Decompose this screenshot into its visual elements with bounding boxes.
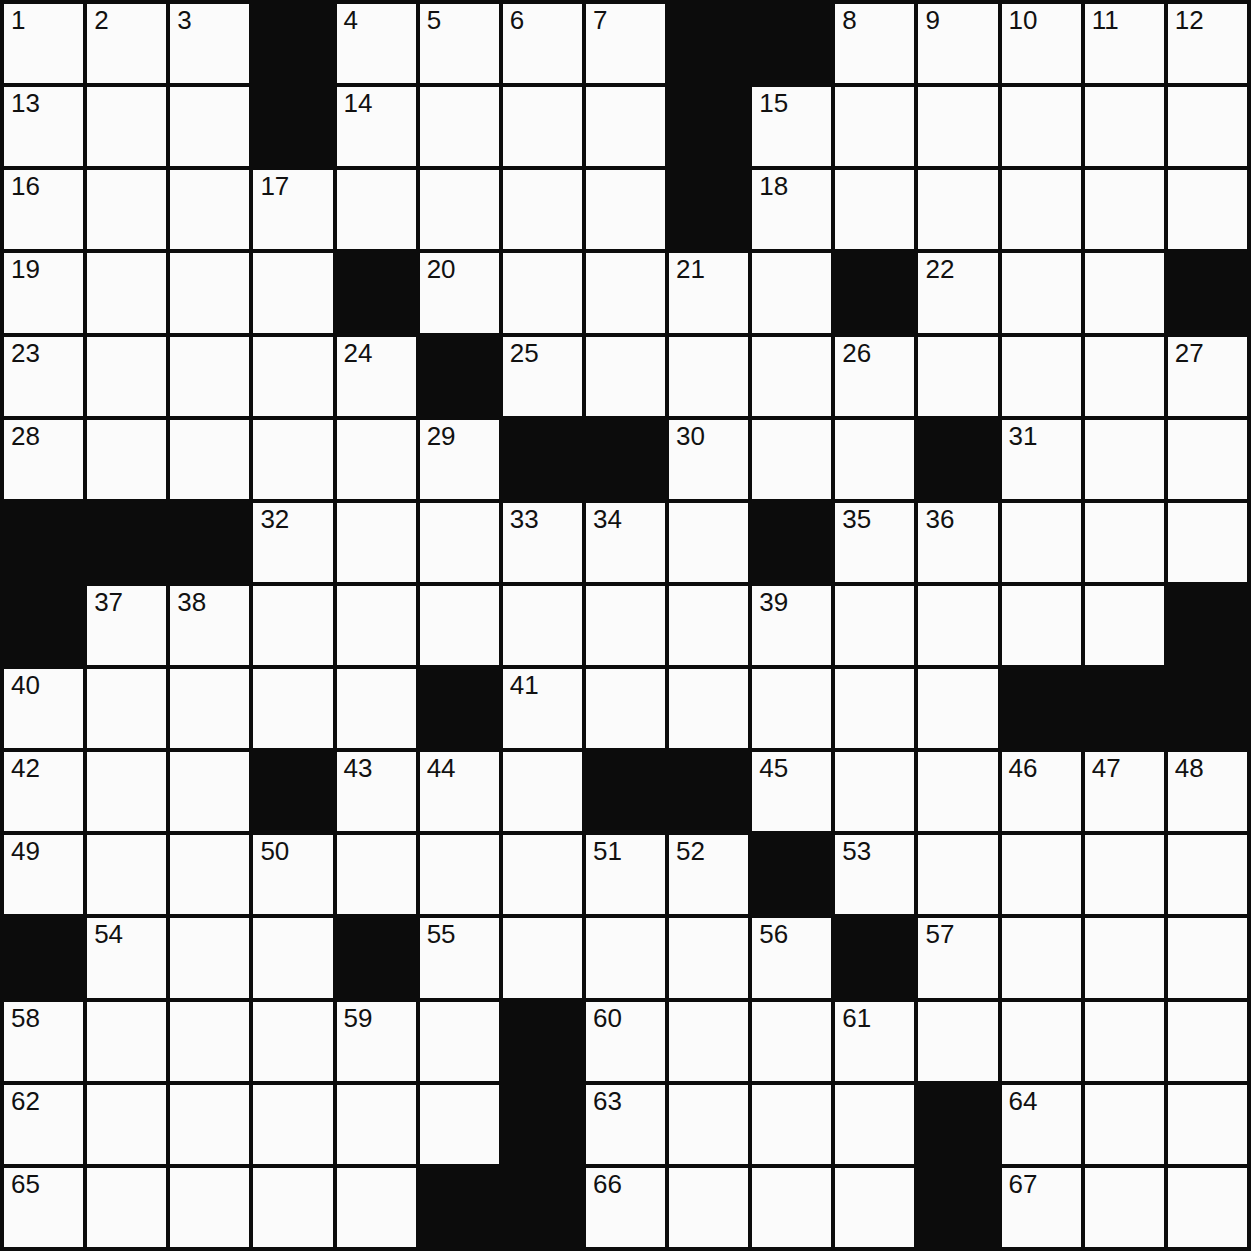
cell-r15c13[interactable]: 67 xyxy=(1002,1168,1081,1247)
cell-r1c12[interactable]: 9 xyxy=(918,4,997,83)
clue-number: 22 xyxy=(925,255,954,284)
cell-r6c11[interactable] xyxy=(835,420,914,499)
clue-number: 46 xyxy=(1009,754,1038,783)
cell-r9c8[interactable] xyxy=(586,669,665,748)
cell-r15c5[interactable] xyxy=(337,1168,416,1247)
cell-r15c9[interactable] xyxy=(669,1168,748,1247)
cell-r11c5[interactable] xyxy=(337,835,416,914)
clue-number: 66 xyxy=(593,1170,622,1199)
cell-r14c5[interactable] xyxy=(337,1085,416,1164)
cell-r5c10[interactable] xyxy=(752,337,831,416)
cell-r15c8[interactable]: 66 xyxy=(586,1168,665,1247)
cell-r1c2[interactable]: 2 xyxy=(87,4,166,83)
cell-r10c11[interactable] xyxy=(835,752,914,831)
clue-number: 53 xyxy=(842,837,871,866)
clue-number: 58 xyxy=(11,1004,40,1033)
cell-r10c3[interactable] xyxy=(170,752,249,831)
cell-r12c7[interactable] xyxy=(503,918,582,997)
cell-r11c9[interactable]: 52 xyxy=(669,835,748,914)
cell-r10c2[interactable] xyxy=(87,752,166,831)
clue-number: 36 xyxy=(925,505,954,534)
cell-r8c12[interactable] xyxy=(918,586,997,665)
cell-r11c8[interactable]: 51 xyxy=(586,835,665,914)
cell-r2c13[interactable] xyxy=(1002,87,1081,166)
cell-r2c8[interactable] xyxy=(586,87,665,166)
clue-number: 6 xyxy=(510,6,524,35)
cell-r15c11[interactable] xyxy=(835,1168,914,1247)
cell-r14c8[interactable]: 63 xyxy=(586,1085,665,1164)
cell-r8c7[interactable] xyxy=(503,586,582,665)
cell-r9c11[interactable] xyxy=(835,669,914,748)
cell-r12c11 xyxy=(835,918,914,997)
cell-r10c5[interactable]: 43 xyxy=(337,752,416,831)
cell-r7c5[interactable] xyxy=(337,503,416,582)
cell-r15c14[interactable] xyxy=(1085,1168,1164,1247)
cell-r1c1[interactable]: 1 xyxy=(4,4,83,83)
cell-r1c13[interactable]: 10 xyxy=(1002,4,1081,83)
cell-r5c9[interactable] xyxy=(669,337,748,416)
clue-number: 26 xyxy=(842,339,871,368)
clue-number: 38 xyxy=(177,588,206,617)
cell-r11c2[interactable] xyxy=(87,835,166,914)
cell-r2c10[interactable]: 15 xyxy=(752,87,831,166)
cell-r14c14[interactable] xyxy=(1085,1085,1164,1164)
cell-r9c10[interactable] xyxy=(752,669,831,748)
clue-number: 30 xyxy=(676,422,705,451)
clue-number: 25 xyxy=(510,339,539,368)
cell-r9c5[interactable] xyxy=(337,669,416,748)
clue-number: 39 xyxy=(759,588,788,617)
cell-r13c4[interactable] xyxy=(253,1002,332,1081)
cell-r14c6[interactable] xyxy=(420,1085,499,1164)
cell-r9c7[interactable]: 41 xyxy=(503,669,582,748)
cell-r5c15[interactable]: 27 xyxy=(1168,337,1247,416)
cell-r10c1[interactable]: 42 xyxy=(4,752,83,831)
cell-r3c8[interactable] xyxy=(586,170,665,249)
crossword-grid: 1234567891011121314151617181920212223242… xyxy=(0,0,1251,1251)
cell-r7c1 xyxy=(4,503,83,582)
cell-r1c7[interactable]: 6 xyxy=(503,4,582,83)
cell-r6c13[interactable]: 31 xyxy=(1002,420,1081,499)
cell-r3c12[interactable] xyxy=(918,170,997,249)
clue-number: 9 xyxy=(925,6,939,35)
clue-number: 13 xyxy=(11,89,40,118)
cell-r13c8[interactable]: 60 xyxy=(586,1002,665,1081)
cell-r14c12 xyxy=(918,1085,997,1164)
cell-r14c11[interactable] xyxy=(835,1085,914,1164)
cell-r5c2[interactable] xyxy=(87,337,166,416)
cell-r15c4[interactable] xyxy=(253,1168,332,1247)
clue-number: 52 xyxy=(676,837,705,866)
cell-r15c15[interactable] xyxy=(1168,1168,1247,1247)
cell-r5c12[interactable] xyxy=(918,337,997,416)
clue-number: 18 xyxy=(759,172,788,201)
clue-number: 8 xyxy=(842,6,856,35)
cell-r1c14[interactable]: 11 xyxy=(1085,4,1164,83)
cell-r11c14[interactable] xyxy=(1085,835,1164,914)
cell-r9c15 xyxy=(1168,669,1247,748)
cell-r5c7[interactable]: 25 xyxy=(503,337,582,416)
cell-r10c6[interactable]: 44 xyxy=(420,752,499,831)
cell-r13c5[interactable]: 59 xyxy=(337,1002,416,1081)
cell-r6c8 xyxy=(586,420,665,499)
cell-r13c15[interactable] xyxy=(1168,1002,1247,1081)
clue-number: 12 xyxy=(1175,6,1204,35)
cell-r8c6[interactable] xyxy=(420,586,499,665)
cell-r4c10[interactable] xyxy=(752,253,831,332)
clue-number: 27 xyxy=(1175,339,1204,368)
cell-r13c2[interactable] xyxy=(87,1002,166,1081)
clue-number: 60 xyxy=(593,1004,622,1033)
cell-r6c5[interactable] xyxy=(337,420,416,499)
cell-r3c3[interactable] xyxy=(170,170,249,249)
cell-r12c8[interactable] xyxy=(586,918,665,997)
cell-r7c2 xyxy=(87,503,166,582)
cell-r9c9[interactable] xyxy=(669,669,748,748)
cell-r14c2[interactable] xyxy=(87,1085,166,1164)
cell-r3c14[interactable] xyxy=(1085,170,1164,249)
clue-number: 61 xyxy=(842,1004,871,1033)
clue-number: 4 xyxy=(344,6,358,35)
clue-number: 21 xyxy=(676,255,705,284)
clue-number: 15 xyxy=(759,89,788,118)
clue-number: 10 xyxy=(1009,6,1038,35)
cell-r4c13[interactable] xyxy=(1002,253,1081,332)
clue-number: 54 xyxy=(94,920,123,949)
cell-r8c13[interactable] xyxy=(1002,586,1081,665)
cell-r14c15[interactable] xyxy=(1168,1085,1247,1164)
cell-r2c5[interactable]: 14 xyxy=(337,87,416,166)
cell-r2c12[interactable] xyxy=(918,87,997,166)
cell-r4c6[interactable]: 20 xyxy=(420,253,499,332)
cell-r8c1 xyxy=(4,586,83,665)
cell-r12c1 xyxy=(4,918,83,997)
cell-r11c10 xyxy=(752,835,831,914)
cell-r9c2[interactable] xyxy=(87,669,166,748)
clue-number: 17 xyxy=(260,172,289,201)
cell-r5c4[interactable] xyxy=(253,337,332,416)
cell-r8c4[interactable] xyxy=(253,586,332,665)
cell-r9c13 xyxy=(1002,669,1081,748)
clue-number: 19 xyxy=(11,255,40,284)
cell-r7c10 xyxy=(752,503,831,582)
cell-r13c10[interactable] xyxy=(752,1002,831,1081)
clue-number: 28 xyxy=(11,422,40,451)
cell-r4c3[interactable] xyxy=(170,253,249,332)
cell-r14c9[interactable] xyxy=(669,1085,748,1164)
cell-r5c5[interactable]: 24 xyxy=(337,337,416,416)
clue-number: 40 xyxy=(11,671,40,700)
cell-r8c2[interactable]: 37 xyxy=(87,586,166,665)
cell-r9c3[interactable] xyxy=(170,669,249,748)
clue-number: 29 xyxy=(427,422,456,451)
cell-r3c6[interactable] xyxy=(420,170,499,249)
clue-number: 41 xyxy=(510,671,539,700)
cell-r13c6[interactable] xyxy=(420,1002,499,1081)
cell-r8c8[interactable] xyxy=(586,586,665,665)
cell-r5c3[interactable] xyxy=(170,337,249,416)
cell-r8c10[interactable]: 39 xyxy=(752,586,831,665)
cell-r7c13[interactable] xyxy=(1002,503,1081,582)
cell-r12c12[interactable]: 57 xyxy=(918,918,997,997)
cell-r9c12[interactable] xyxy=(918,669,997,748)
cell-r4c15 xyxy=(1168,253,1247,332)
clue-number: 23 xyxy=(11,339,40,368)
clue-number: 45 xyxy=(759,754,788,783)
cell-r5c11[interactable]: 26 xyxy=(835,337,914,416)
cell-r6c4[interactable] xyxy=(253,420,332,499)
cell-r4c11 xyxy=(835,253,914,332)
cell-r13c3[interactable] xyxy=(170,1002,249,1081)
cell-r14c10[interactable] xyxy=(752,1085,831,1164)
cell-r11c12[interactable] xyxy=(918,835,997,914)
cell-r10c12[interactable] xyxy=(918,752,997,831)
cell-r8c15 xyxy=(1168,586,1247,665)
cell-r11c13[interactable] xyxy=(1002,835,1081,914)
cell-r7c6[interactable] xyxy=(420,503,499,582)
cell-r4c14[interactable] xyxy=(1085,253,1164,332)
cell-r15c2[interactable] xyxy=(87,1168,166,1247)
cell-r1c10 xyxy=(752,4,831,83)
cell-r13c13[interactable] xyxy=(1002,1002,1081,1081)
clue-number: 56 xyxy=(759,920,788,949)
clue-number: 55 xyxy=(427,920,456,949)
cell-r6c2[interactable] xyxy=(87,420,166,499)
clue-number: 5 xyxy=(427,6,441,35)
cell-r14c1[interactable]: 62 xyxy=(4,1085,83,1164)
clue-number: 48 xyxy=(1175,754,1204,783)
clue-number: 57 xyxy=(925,920,954,949)
clue-number: 43 xyxy=(344,754,373,783)
cell-r1c3[interactable]: 3 xyxy=(170,4,249,83)
cell-r9c6 xyxy=(420,669,499,748)
cell-r12c2[interactable]: 54 xyxy=(87,918,166,997)
cell-r15c6 xyxy=(420,1168,499,1247)
clue-number: 14 xyxy=(344,89,373,118)
cell-r5c14[interactable] xyxy=(1085,337,1164,416)
cell-r8c11[interactable] xyxy=(835,586,914,665)
cell-r4c12[interactable]: 22 xyxy=(918,253,997,332)
cell-r14c3[interactable] xyxy=(170,1085,249,1164)
clue-number: 16 xyxy=(11,172,40,201)
cell-r11c6[interactable] xyxy=(420,835,499,914)
clue-number: 33 xyxy=(510,505,539,534)
cell-r3c11[interactable] xyxy=(835,170,914,249)
cell-r13c11[interactable]: 61 xyxy=(835,1002,914,1081)
cell-r8c14[interactable] xyxy=(1085,586,1164,665)
cell-r13c14[interactable] xyxy=(1085,1002,1164,1081)
cell-r6c3[interactable] xyxy=(170,420,249,499)
cell-r7c4[interactable]: 32 xyxy=(253,503,332,582)
clue-number: 49 xyxy=(11,837,40,866)
cell-r9c14 xyxy=(1085,669,1164,748)
cell-r15c10[interactable] xyxy=(752,1168,831,1247)
cell-r11c3[interactable] xyxy=(170,835,249,914)
cell-r5c6 xyxy=(420,337,499,416)
cell-r5c8[interactable] xyxy=(586,337,665,416)
cell-r2c11[interactable] xyxy=(835,87,914,166)
cell-r6c9[interactable]: 30 xyxy=(669,420,748,499)
cell-r11c15[interactable] xyxy=(1168,835,1247,914)
cell-r12c3[interactable] xyxy=(170,918,249,997)
cell-r12c15[interactable] xyxy=(1168,918,1247,997)
cell-r5c13[interactable] xyxy=(1002,337,1081,416)
cell-r3c10[interactable]: 18 xyxy=(752,170,831,249)
cell-r14c4[interactable] xyxy=(253,1085,332,1164)
cell-r2c4 xyxy=(253,87,332,166)
cell-r2c6[interactable] xyxy=(420,87,499,166)
cell-r2c9 xyxy=(669,87,748,166)
cell-r7c3 xyxy=(170,503,249,582)
cell-r3c13[interactable] xyxy=(1002,170,1081,249)
clue-number: 47 xyxy=(1092,754,1121,783)
clue-number: 24 xyxy=(344,339,373,368)
cell-r15c3[interactable] xyxy=(170,1168,249,1247)
cell-r12c14[interactable] xyxy=(1085,918,1164,997)
clue-number: 7 xyxy=(593,6,607,35)
cell-r13c7 xyxy=(503,1002,582,1081)
clue-number: 62 xyxy=(11,1087,40,1116)
cell-r10c4 xyxy=(253,752,332,831)
cell-r14c13[interactable]: 64 xyxy=(1002,1085,1081,1164)
cell-r11c1[interactable]: 49 xyxy=(4,835,83,914)
cell-r12c6[interactable]: 55 xyxy=(420,918,499,997)
cell-r14c7 xyxy=(503,1085,582,1164)
cell-r1c4 xyxy=(253,4,332,83)
cell-r12c5 xyxy=(337,918,416,997)
cell-r11c4[interactable]: 50 xyxy=(253,835,332,914)
cell-r10c8 xyxy=(586,752,665,831)
cell-r6c14[interactable] xyxy=(1085,420,1164,499)
clue-number: 20 xyxy=(427,255,456,284)
cell-r4c2[interactable] xyxy=(87,253,166,332)
cell-r3c9 xyxy=(669,170,748,249)
clue-number: 63 xyxy=(593,1087,622,1116)
clue-number: 51 xyxy=(593,837,622,866)
cell-r10c7[interactable] xyxy=(503,752,582,831)
cell-r4c4[interactable] xyxy=(253,253,332,332)
clue-number: 31 xyxy=(1009,422,1038,451)
cell-r6c15[interactable] xyxy=(1168,420,1247,499)
cell-r8c3[interactable]: 38 xyxy=(170,586,249,665)
cell-r4c9[interactable]: 21 xyxy=(669,253,748,332)
clue-number: 34 xyxy=(593,505,622,534)
cell-r5c1[interactable]: 23 xyxy=(4,337,83,416)
cell-r12c9[interactable] xyxy=(669,918,748,997)
cell-r1c9 xyxy=(669,4,748,83)
cell-r7c7[interactable]: 33 xyxy=(503,503,582,582)
cell-r12c4[interactable] xyxy=(253,918,332,997)
cell-r8c9[interactable] xyxy=(669,586,748,665)
cell-r11c7[interactable] xyxy=(503,835,582,914)
cell-r9c1[interactable]: 40 xyxy=(4,669,83,748)
cell-r1c8[interactable]: 7 xyxy=(586,4,665,83)
cell-r4c7[interactable] xyxy=(503,253,582,332)
cell-r15c12 xyxy=(918,1168,997,1247)
cell-r6c6[interactable]: 29 xyxy=(420,420,499,499)
cell-r1c5[interactable]: 4 xyxy=(337,4,416,83)
cell-r13c1[interactable]: 58 xyxy=(4,1002,83,1081)
cell-r7c14[interactable] xyxy=(1085,503,1164,582)
cell-r2c2[interactable] xyxy=(87,87,166,166)
cell-r2c1[interactable]: 13 xyxy=(4,87,83,166)
cell-r3c7[interactable] xyxy=(503,170,582,249)
cell-r9c4[interactable] xyxy=(253,669,332,748)
cell-r13c12[interactable] xyxy=(918,1002,997,1081)
clue-number: 32 xyxy=(260,505,289,534)
cell-r10c13[interactable]: 46 xyxy=(1002,752,1081,831)
cell-r3c2[interactable] xyxy=(87,170,166,249)
cell-r6c12 xyxy=(918,420,997,499)
cell-r2c14[interactable] xyxy=(1085,87,1164,166)
cell-r12c13[interactable] xyxy=(1002,918,1081,997)
cell-r3c1[interactable]: 16 xyxy=(4,170,83,249)
cell-r15c7 xyxy=(503,1168,582,1247)
cell-r4c1[interactable]: 19 xyxy=(4,253,83,332)
clue-number: 64 xyxy=(1009,1087,1038,1116)
cell-r7c12[interactable]: 36 xyxy=(918,503,997,582)
cell-r1c15[interactable]: 12 xyxy=(1168,4,1247,83)
clue-number: 35 xyxy=(842,505,871,534)
clue-number: 1 xyxy=(11,6,25,35)
cell-r3c5[interactable] xyxy=(337,170,416,249)
clue-number: 50 xyxy=(260,837,289,866)
cell-r15c1[interactable]: 65 xyxy=(4,1168,83,1247)
cell-r1c6[interactable]: 5 xyxy=(420,4,499,83)
cell-r10c10[interactable]: 45 xyxy=(752,752,831,831)
clue-number: 37 xyxy=(94,588,123,617)
clue-number: 3 xyxy=(177,6,191,35)
cell-r7c15[interactable] xyxy=(1168,503,1247,582)
cell-r4c5 xyxy=(337,253,416,332)
clue-number: 42 xyxy=(11,754,40,783)
cell-r2c15[interactable] xyxy=(1168,87,1247,166)
clue-number: 65 xyxy=(11,1170,40,1199)
clue-number: 59 xyxy=(344,1004,373,1033)
cell-r11c11[interactable]: 53 xyxy=(835,835,914,914)
cell-r10c9 xyxy=(669,752,748,831)
cell-r6c7 xyxy=(503,420,582,499)
cell-r2c3[interactable] xyxy=(170,87,249,166)
cell-r13c9[interactable] xyxy=(669,1002,748,1081)
clue-number: 44 xyxy=(427,754,456,783)
cell-r4c8[interactable] xyxy=(586,253,665,332)
cell-r3c4[interactable]: 17 xyxy=(253,170,332,249)
cell-r7c11[interactable]: 35 xyxy=(835,503,914,582)
cell-r6c1[interactable]: 28 xyxy=(4,420,83,499)
clue-number: 11 xyxy=(1092,6,1119,35)
cell-r1c11[interactable]: 8 xyxy=(835,4,914,83)
clue-number: 67 xyxy=(1009,1170,1038,1199)
cell-r3c15[interactable] xyxy=(1168,170,1247,249)
cell-r7c9[interactable] xyxy=(669,503,748,582)
cell-r2c7[interactable] xyxy=(503,87,582,166)
cell-r6c10[interactable] xyxy=(752,420,831,499)
cell-r10c15[interactable]: 48 xyxy=(1168,752,1247,831)
cell-r7c8[interactable]: 34 xyxy=(586,503,665,582)
cell-r8c5[interactable] xyxy=(337,586,416,665)
clue-number: 2 xyxy=(94,6,108,35)
cell-r10c14[interactable]: 47 xyxy=(1085,752,1164,831)
cell-r12c10[interactable]: 56 xyxy=(752,918,831,997)
